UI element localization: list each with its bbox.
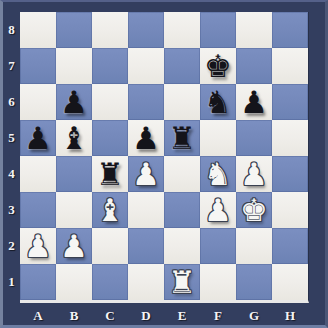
square-h3[interactable] — [272, 192, 308, 228]
square-b3[interactable] — [56, 192, 92, 228]
file-label-c: C — [92, 303, 128, 325]
piece-white-rook[interactable]: ♜ — [168, 264, 196, 300]
square-g4[interactable]: ♟ — [236, 156, 272, 192]
piece-black-rook[interactable]: ♜ — [96, 156, 124, 192]
rank-label-2: 2 — [3, 228, 20, 264]
square-d6[interactable] — [128, 84, 164, 120]
piece-white-pawn[interactable]: ♟ — [24, 228, 52, 264]
rank-label-8: 8 — [3, 12, 20, 48]
piece-white-pawn[interactable]: ♟ — [60, 228, 88, 264]
piece-black-knight[interactable]: ♞ — [204, 84, 232, 120]
square-c4[interactable]: ♜ — [92, 156, 128, 192]
square-h5[interactable] — [272, 120, 308, 156]
square-h2[interactable] — [272, 228, 308, 264]
square-c7[interactable] — [92, 48, 128, 84]
square-a7[interactable] — [20, 48, 56, 84]
file-label-a: A — [20, 303, 56, 325]
square-e6[interactable] — [164, 84, 200, 120]
square-a6[interactable] — [20, 84, 56, 120]
square-d2[interactable] — [128, 228, 164, 264]
square-g8[interactable] — [236, 12, 272, 48]
square-d7[interactable] — [128, 48, 164, 84]
square-g6[interactable]: ♟ — [236, 84, 272, 120]
rank-label-7: 7 — [3, 48, 20, 84]
piece-black-pawn[interactable]: ♟ — [132, 120, 160, 156]
square-e4[interactable] — [164, 156, 200, 192]
square-f7[interactable]: ♚ — [200, 48, 236, 84]
piece-black-pawn[interactable]: ♟ — [24, 120, 52, 156]
square-e1[interactable]: ♜ — [164, 264, 200, 300]
piece-black-king[interactable]: ♚ — [204, 48, 232, 84]
rank-label-6: 6 — [3, 84, 20, 120]
square-f3[interactable]: ♟ — [200, 192, 236, 228]
rank-label-1: 1 — [3, 264, 20, 300]
square-e7[interactable] — [164, 48, 200, 84]
file-label-g: G — [236, 303, 272, 325]
piece-white-pawn[interactable]: ♟ — [240, 156, 268, 192]
file-label-b: B — [56, 303, 92, 325]
square-d8[interactable] — [128, 12, 164, 48]
square-c6[interactable] — [92, 84, 128, 120]
square-e3[interactable] — [164, 192, 200, 228]
square-g1[interactable] — [236, 264, 272, 300]
piece-black-rook[interactable]: ♜ — [168, 120, 196, 156]
rank-label-4: 4 — [3, 156, 20, 192]
square-d4[interactable]: ♟ — [128, 156, 164, 192]
square-g3[interactable]: ♚ — [236, 192, 272, 228]
piece-white-bishop[interactable]: ♝ — [96, 192, 124, 228]
square-h4[interactable] — [272, 156, 308, 192]
chessboard[interactable]: ♚♟♞♟♟♝♟♜♜♟♞♟♝♟♚♟♟♜ — [20, 12, 309, 303]
square-h8[interactable] — [272, 12, 308, 48]
rank-label-5: 5 — [3, 120, 20, 156]
square-e5[interactable]: ♜ — [164, 120, 200, 156]
rank-label-3: 3 — [3, 192, 20, 228]
file-label-h: H — [272, 303, 308, 325]
square-e8[interactable] — [164, 12, 200, 48]
square-f5[interactable] — [200, 120, 236, 156]
square-h6[interactable] — [272, 84, 308, 120]
square-a3[interactable] — [20, 192, 56, 228]
square-h1[interactable] — [272, 264, 308, 300]
square-c5[interactable] — [92, 120, 128, 156]
square-c1[interactable] — [92, 264, 128, 300]
square-d5[interactable]: ♟ — [128, 120, 164, 156]
piece-white-pawn[interactable]: ♟ — [204, 192, 232, 228]
square-c3[interactable]: ♝ — [92, 192, 128, 228]
rank-labels: 87654321 — [3, 12, 20, 300]
square-b5[interactable]: ♝ — [56, 120, 92, 156]
square-a1[interactable] — [20, 264, 56, 300]
square-f6[interactable]: ♞ — [200, 84, 236, 120]
square-h7[interactable] — [272, 48, 308, 84]
square-g7[interactable] — [236, 48, 272, 84]
square-a8[interactable] — [20, 12, 56, 48]
file-label-e: E — [164, 303, 200, 325]
square-e2[interactable] — [164, 228, 200, 264]
piece-white-king[interactable]: ♚ — [240, 192, 268, 228]
square-g2[interactable] — [236, 228, 272, 264]
square-f1[interactable] — [200, 264, 236, 300]
square-a2[interactable]: ♟ — [20, 228, 56, 264]
piece-black-pawn[interactable]: ♟ — [60, 84, 88, 120]
square-f2[interactable] — [200, 228, 236, 264]
square-f8[interactable] — [200, 12, 236, 48]
square-b7[interactable] — [56, 48, 92, 84]
square-f4[interactable]: ♞ — [200, 156, 236, 192]
square-d1[interactable] — [128, 264, 164, 300]
square-b2[interactable]: ♟ — [56, 228, 92, 264]
square-a4[interactable] — [20, 156, 56, 192]
piece-black-bishop[interactable]: ♝ — [60, 120, 88, 156]
piece-white-knight[interactable]: ♞ — [204, 156, 232, 192]
square-d3[interactable] — [128, 192, 164, 228]
square-b8[interactable] — [56, 12, 92, 48]
square-b6[interactable]: ♟ — [56, 84, 92, 120]
piece-black-pawn[interactable]: ♟ — [240, 84, 268, 120]
file-labels: ABCDEFGH — [20, 303, 308, 325]
square-c2[interactable] — [92, 228, 128, 264]
square-g5[interactable] — [236, 120, 272, 156]
piece-white-pawn[interactable]: ♟ — [132, 156, 160, 192]
square-b1[interactable] — [56, 264, 92, 300]
chessboard-frame: 87654321 ♚♟♞♟♟♝♟♜♜♟♞♟♝♟♚♟♟♜ ABCDEFGH — [0, 0, 328, 328]
file-label-f: F — [200, 303, 236, 325]
file-label-d: D — [128, 303, 164, 325]
square-a5[interactable]: ♟ — [20, 120, 56, 156]
square-c8[interactable] — [92, 12, 128, 48]
square-b4[interactable] — [56, 156, 92, 192]
